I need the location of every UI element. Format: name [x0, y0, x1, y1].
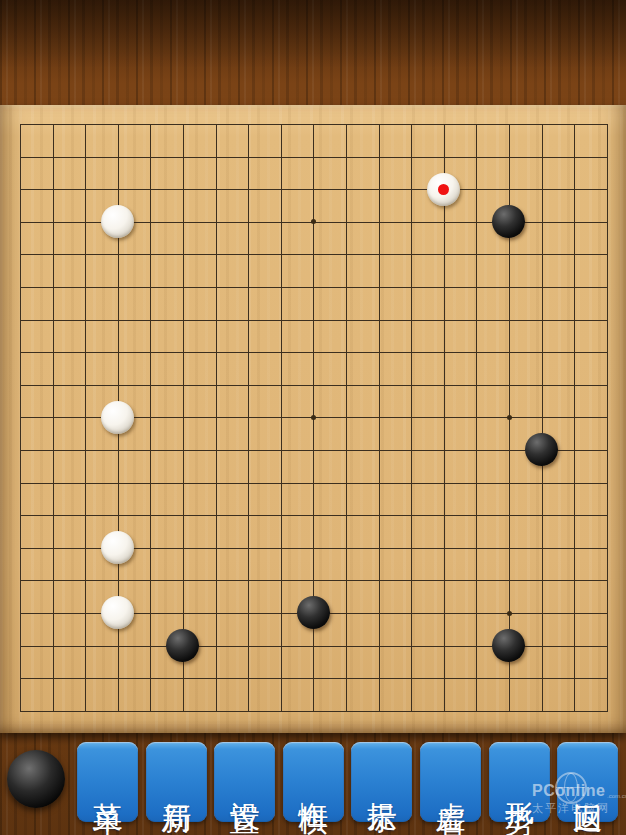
top-wood-frame: [0, 0, 626, 105]
white-stone-O17: [427, 173, 460, 206]
back-button[interactable]: 返回: [557, 742, 618, 822]
black-stone-Q3: [492, 629, 525, 662]
black-stone-R9: [525, 433, 558, 466]
black-stone-F3: [166, 629, 199, 662]
menu-button-label: 菜单: [93, 778, 123, 786]
new-game-button-label: 新局: [161, 778, 191, 786]
hint-button[interactable]: 提示: [351, 742, 412, 822]
go-board[interactable]: [0, 105, 626, 733]
pass-button-label: 虚着: [435, 778, 465, 786]
last-move-marker: [438, 184, 449, 195]
situation-button[interactable]: 形势: [489, 742, 550, 822]
go-app: { "game": "go", "board": { "size": 19, "…: [0, 0, 626, 835]
hint-button-label: 提示: [367, 778, 397, 786]
black-stone-K4: [297, 596, 330, 629]
settings-button-label: 设置: [230, 778, 260, 786]
back-button-label: 返回: [573, 778, 603, 786]
situation-button-label: 形势: [504, 778, 534, 786]
turn-indicator-black-stone: [7, 750, 65, 808]
black-stone-Q16: [492, 205, 525, 238]
menu-button[interactable]: 菜单: [77, 742, 138, 822]
white-stone-D16: [101, 205, 134, 238]
white-stone-D4: [101, 596, 134, 629]
pass-button[interactable]: 虚着: [420, 742, 481, 822]
white-stone-D10: [101, 401, 134, 434]
new-game-button[interactable]: 新局: [146, 742, 207, 822]
undo-button-label: 悔棋: [298, 778, 328, 786]
undo-button[interactable]: 悔棋: [283, 742, 344, 822]
white-stone-D6: [101, 531, 134, 564]
stones-layer: [4, 108, 623, 727]
settings-button[interactable]: 设置: [214, 742, 275, 822]
toolbar-buttons: 菜单 新局 设置 悔棋 提示 虚着 形势 返回: [77, 742, 618, 822]
toolbar: 菜单 新局 设置 悔棋 提示 虚着 形势 返回: [0, 733, 626, 835]
